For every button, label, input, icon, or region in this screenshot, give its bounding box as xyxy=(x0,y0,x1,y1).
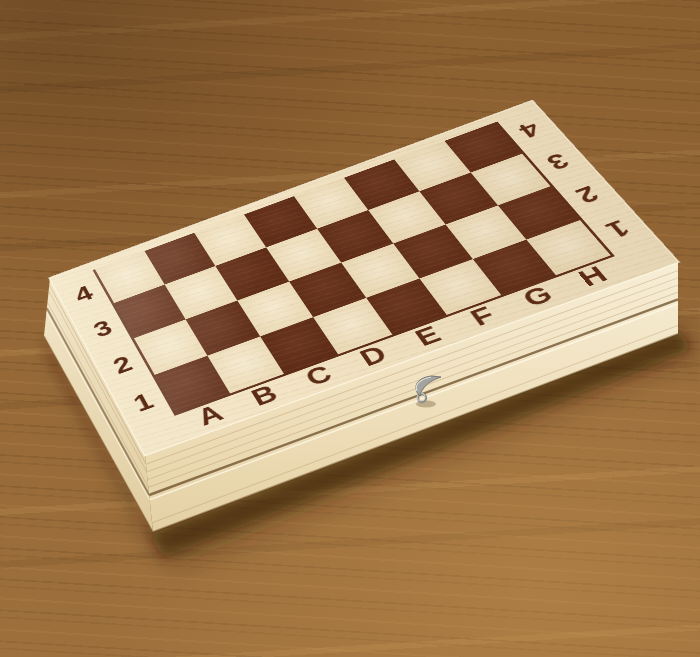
rank-label-left-2: 2 xyxy=(109,351,136,377)
rank-label-right-4: 4 xyxy=(515,119,546,142)
file-label-b: B xyxy=(247,380,282,409)
rank-label-right-2: 2 xyxy=(571,183,604,207)
file-label-a: A xyxy=(193,400,227,429)
file-label-c: C xyxy=(301,361,336,390)
photo-scene: 43214321ABCDEFGH xyxy=(0,0,700,657)
file-label-d: D xyxy=(355,341,391,370)
file-label-g: G xyxy=(517,282,557,311)
file-label-e: E xyxy=(410,322,445,350)
file-label-f: F xyxy=(465,302,499,329)
rank-label-left-1: 1 xyxy=(129,388,157,415)
rank-label-right-1: 1 xyxy=(601,217,635,242)
rank-label-left-4: 4 xyxy=(71,282,97,306)
rank-label-right-3: 3 xyxy=(542,150,574,174)
file-label-h: H xyxy=(573,262,612,290)
rank-label-left-3: 3 xyxy=(90,316,116,341)
